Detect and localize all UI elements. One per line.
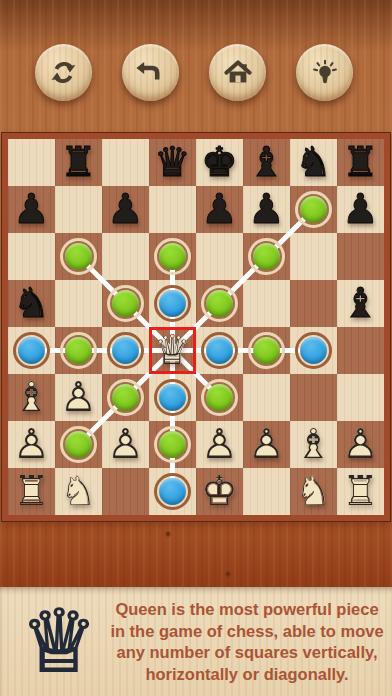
move-dot-green-b6[interactable] xyxy=(60,238,97,275)
piece-black-king-e8[interactable]: ♚ xyxy=(196,139,243,186)
square-c1[interactable] xyxy=(102,468,149,515)
move-dot-disc xyxy=(65,243,92,270)
piece-outline-glyph: ♖ xyxy=(8,468,55,515)
lesson-text-line: in the game of chess, able to move xyxy=(108,621,386,643)
piece-glyph: ♞ xyxy=(290,139,337,186)
piece-outline-glyph: ♘ xyxy=(290,468,337,515)
piece-black-pawn-f7[interactable]: ♟ xyxy=(243,186,290,233)
piece-outline-glyph: ♕ xyxy=(149,327,196,374)
piece-glyph: ♜ xyxy=(55,139,102,186)
piece-glyph: ♟ xyxy=(102,186,149,233)
queen-outline-icon: ♕ xyxy=(10,589,108,694)
square-c8[interactable] xyxy=(102,139,149,186)
piece-glyph: ♟ xyxy=(337,186,384,233)
move-dot-green-c5[interactable] xyxy=(107,285,144,322)
piece-glyph: ♝ xyxy=(243,139,290,186)
square-c6[interactable] xyxy=(102,233,149,280)
move-dot-green-c3[interactable] xyxy=(107,379,144,416)
piece-white-rook-h1[interactable]: ♜♖ xyxy=(337,468,384,515)
move-dot-blue-d3[interactable] xyxy=(154,379,191,416)
lesson-text-line: Queen is the most powerful piece xyxy=(108,599,386,621)
square-b5[interactable] xyxy=(55,280,102,327)
move-dot-blue-g4[interactable] xyxy=(295,332,332,369)
move-dot-disc xyxy=(253,243,280,270)
square-h4[interactable] xyxy=(337,327,384,374)
move-dot-disc xyxy=(112,290,139,317)
piece-black-pawn-c7[interactable]: ♟ xyxy=(102,186,149,233)
piece-black-pawn-h7[interactable]: ♟ xyxy=(337,186,384,233)
move-dot-disc xyxy=(253,337,280,364)
square-h3[interactable] xyxy=(337,374,384,421)
square-h6[interactable] xyxy=(337,233,384,280)
home-icon xyxy=(222,57,254,89)
piece-black-pawn-a7[interactable]: ♟ xyxy=(8,186,55,233)
piece-white-bishop-a3[interactable]: ♝♗ xyxy=(8,374,55,421)
move-dot-green-e3[interactable] xyxy=(201,379,238,416)
piece-outline-glyph: ♙ xyxy=(337,421,384,468)
move-dot-disc xyxy=(159,384,186,411)
move-dot-disc xyxy=(112,384,139,411)
piece-glyph: ♟ xyxy=(8,186,55,233)
piece-white-pawn-b3[interactable]: ♟♙ xyxy=(55,374,102,421)
square-d7[interactable] xyxy=(149,186,196,233)
piece-white-rook-a1[interactable]: ♜♖ xyxy=(8,468,55,515)
piece-outline-glyph: ♖ xyxy=(337,468,384,515)
move-dot-disc xyxy=(159,478,186,505)
piece-glyph: ♟ xyxy=(196,186,243,233)
board-inner: ♜♛♚♝♞♜♟♟♟♟♟♞♝♛♕♝♗♟♙♟♙♟♙♟♙♟♙♝♗♟♙♜♖♞♘♚♔♞♘♜… xyxy=(8,139,384,515)
piece-white-knight-g1[interactable]: ♞♘ xyxy=(290,468,337,515)
piece-white-pawn-h2[interactable]: ♟♙ xyxy=(337,421,384,468)
lightbulb-icon xyxy=(310,58,340,88)
piece-outline-glyph: ♘ xyxy=(55,468,102,515)
move-dot-green-d2[interactable] xyxy=(154,426,191,463)
info-panel: ♕ Queen is the most powerful piece in th… xyxy=(0,587,392,696)
square-a8[interactable] xyxy=(8,139,55,186)
piece-outline-glyph: ♔ xyxy=(196,468,243,515)
piece-black-knight-a5[interactable]: ♞ xyxy=(8,280,55,327)
move-dot-disc xyxy=(159,431,186,458)
square-f3[interactable] xyxy=(243,374,290,421)
piece-white-pawn-c2[interactable]: ♟♙ xyxy=(102,421,149,468)
square-g6[interactable] xyxy=(290,233,337,280)
move-dot-disc xyxy=(65,431,92,458)
piece-glyph: ♛ xyxy=(149,139,196,186)
move-dot-blue-e4[interactable] xyxy=(201,332,238,369)
move-dot-green-e5[interactable] xyxy=(201,285,238,322)
piece-outline-glyph: ♙ xyxy=(102,421,149,468)
move-dot-blue-d1[interactable] xyxy=(154,473,191,510)
chess-board: ♜♛♚♝♞♜♟♟♟♟♟♞♝♛♕♝♗♟♙♟♙♟♙♟♙♟♙♝♗♟♙♜♖♞♘♚♔♞♘♜… xyxy=(2,133,390,521)
move-dot-green-f6[interactable] xyxy=(248,238,285,275)
piece-outline-glyph: ♗ xyxy=(290,421,337,468)
piece-glyph: ♞ xyxy=(8,280,55,327)
piece-glyph: ♝ xyxy=(337,280,384,327)
move-dot-blue-a4[interactable] xyxy=(13,332,50,369)
move-dot-green-b2[interactable] xyxy=(60,426,97,463)
piece-white-knight-b1[interactable]: ♞♘ xyxy=(55,468,102,515)
lesson-text-line: horizontally or diagonally. xyxy=(108,664,386,686)
piece-outline-glyph: ♙ xyxy=(8,421,55,468)
piece-black-queen-d8[interactable]: ♛ xyxy=(149,139,196,186)
restart-button[interactable] xyxy=(35,44,92,101)
move-dot-green-d6[interactable] xyxy=(154,238,191,275)
piece-white-pawn-a2[interactable]: ♟♙ xyxy=(8,421,55,468)
move-dot-disc xyxy=(65,337,92,364)
piece-white-pawn-f2[interactable]: ♟♙ xyxy=(243,421,290,468)
piece-black-rook-h8[interactable]: ♜ xyxy=(337,139,384,186)
move-dot-green-b4[interactable] xyxy=(60,332,97,369)
move-dot-blue-c4[interactable] xyxy=(107,332,144,369)
square-a6[interactable] xyxy=(8,233,55,280)
move-dot-disc xyxy=(112,337,139,364)
piece-black-rook-b8[interactable]: ♜ xyxy=(55,139,102,186)
home-button[interactable] xyxy=(209,44,266,101)
move-dot-disc xyxy=(159,243,186,270)
square-e6[interactable] xyxy=(196,233,243,280)
piece-glyph: ♟ xyxy=(243,186,290,233)
piece-white-king-e1[interactable]: ♚♔ xyxy=(196,468,243,515)
lesson-text-line: any number of squares vertically, xyxy=(108,642,386,664)
square-b7[interactable] xyxy=(55,186,102,233)
undo-button[interactable] xyxy=(122,44,179,101)
piece-black-bishop-h5[interactable]: ♝ xyxy=(337,280,384,327)
move-dot-disc xyxy=(300,337,327,364)
piece-glyph: ♜ xyxy=(337,139,384,186)
piece-black-knight-g8[interactable]: ♞ xyxy=(290,139,337,186)
move-dot-disc xyxy=(206,384,233,411)
piece-outline-glyph: ♙ xyxy=(196,421,243,468)
refresh-icon xyxy=(48,57,79,88)
piece-white-pawn-e2[interactable]: ♟♙ xyxy=(196,421,243,468)
move-dot-disc xyxy=(18,337,45,364)
app-screen: ♜♛♚♝♞♜♟♟♟♟♟♞♝♛♕♝♗♟♙♟♙♟♙♟♙♟♙♝♗♟♙♜♖♞♘♚♔♞♘♜… xyxy=(0,0,392,696)
undo-arrow-icon xyxy=(135,57,166,88)
lesson-text: Queen is the most powerful piece in the … xyxy=(108,599,386,685)
piece-black-pawn-e7[interactable]: ♟ xyxy=(196,186,243,233)
piece-outline-glyph: ♙ xyxy=(55,374,102,421)
piece-glyph: ♚ xyxy=(196,139,243,186)
piece-white-queen-d4[interactable]: ♛♕ xyxy=(149,327,196,374)
hint-button[interactable] xyxy=(296,44,353,101)
move-dot-disc xyxy=(206,337,233,364)
move-dot-green-g7[interactable] xyxy=(295,191,332,228)
square-g3[interactable] xyxy=(290,374,337,421)
move-dot-disc xyxy=(159,290,186,317)
move-dot-blue-d5[interactable] xyxy=(154,285,191,322)
square-f1[interactable] xyxy=(243,468,290,515)
move-dot-disc xyxy=(206,290,233,317)
piece-outline-glyph: ♙ xyxy=(243,421,290,468)
move-dot-disc xyxy=(300,196,327,223)
move-dot-green-f4[interactable] xyxy=(248,332,285,369)
piece-white-bishop-g2[interactable]: ♝♗ xyxy=(290,421,337,468)
square-g5[interactable] xyxy=(290,280,337,327)
square-f5[interactable] xyxy=(243,280,290,327)
piece-outline-glyph: ♗ xyxy=(8,374,55,421)
piece-black-bishop-f8[interactable]: ♝ xyxy=(243,139,290,186)
